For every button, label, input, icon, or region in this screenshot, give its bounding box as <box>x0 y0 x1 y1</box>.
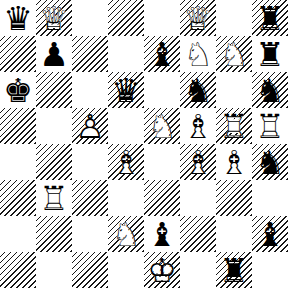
square-f1[interactable] <box>180 252 216 288</box>
square-a1[interactable] <box>0 252 36 288</box>
square-f7[interactable]: ♞♘ <box>180 36 216 72</box>
square-f6[interactable]: ♞ <box>180 72 216 108</box>
piece-fill-white-bishop: ♝ <box>108 144 144 180</box>
square-g2[interactable] <box>216 216 252 252</box>
square-d5[interactable] <box>108 108 144 144</box>
square-b8[interactable]: ♛♕ <box>36 0 72 36</box>
square-e8[interactable] <box>144 0 180 36</box>
square-a8[interactable]: ♛ <box>0 0 36 36</box>
square-d2[interactable]: ♞♘ <box>108 216 144 252</box>
square-h2[interactable]: ♝ <box>252 216 288 252</box>
square-b4[interactable] <box>36 144 72 180</box>
piece-fill-white-knight: ♞ <box>144 108 180 144</box>
piece-black-knight: ♞ <box>180 72 216 108</box>
square-b2[interactable] <box>36 216 72 252</box>
square-b5[interactable] <box>36 108 72 144</box>
square-d1[interactable] <box>108 252 144 288</box>
piece-fill-white-bishop: ♝ <box>180 144 216 180</box>
square-e7[interactable]: ♝ <box>144 36 180 72</box>
square-c8[interactable] <box>72 0 108 36</box>
piece-fill-white-knight: ♞ <box>180 36 216 72</box>
piece-white-king: ♔ <box>144 252 180 288</box>
square-e2[interactable]: ♝ <box>144 216 180 252</box>
piece-fill-white-knight: ♞ <box>216 36 252 72</box>
square-a7[interactable] <box>0 36 36 72</box>
piece-white-rook: ♖ <box>36 180 72 216</box>
piece-fill-white-queen: ♛ <box>180 0 216 36</box>
square-f8[interactable]: ♛♕ <box>180 0 216 36</box>
square-c4[interactable] <box>72 144 108 180</box>
piece-black-knight: ♞ <box>252 72 288 108</box>
square-b1[interactable] <box>36 252 72 288</box>
piece-white-rook: ♖ <box>216 108 252 144</box>
square-c2[interactable] <box>72 216 108 252</box>
square-c5[interactable]: ♟♙ <box>72 108 108 144</box>
piece-white-bishop: ♗ <box>216 144 252 180</box>
piece-white-queen: ♕ <box>180 0 216 36</box>
piece-white-knight: ♘ <box>144 108 180 144</box>
piece-black-pawn: ♟ <box>36 36 72 72</box>
square-d8[interactable] <box>108 0 144 36</box>
square-g6[interactable] <box>216 72 252 108</box>
square-d4[interactable]: ♝♗ <box>108 144 144 180</box>
chess-board: ♛♛♕♛♕♜♟♝♞♘♞♘♜♚♛♞♞♟♙♞♘♝♗♜♖♜♖♝♗♝♗♝♗♞♜♖♞♘♝♝… <box>0 0 288 288</box>
piece-fill-white-queen: ♛ <box>36 0 72 36</box>
square-g8[interactable] <box>216 0 252 36</box>
square-f3[interactable] <box>180 180 216 216</box>
piece-white-queen: ♕ <box>36 0 72 36</box>
piece-white-pawn: ♙ <box>72 108 108 144</box>
square-h3[interactable] <box>252 180 288 216</box>
piece-white-rook: ♖ <box>252 108 288 144</box>
piece-black-rook: ♜ <box>252 36 288 72</box>
square-e6[interactable] <box>144 72 180 108</box>
piece-fill-white-rook: ♜ <box>36 180 72 216</box>
square-h5[interactable]: ♜♖ <box>252 108 288 144</box>
piece-fill-white-rook: ♜ <box>252 108 288 144</box>
piece-black-queen: ♛ <box>0 0 36 36</box>
square-d7[interactable] <box>108 36 144 72</box>
square-h8[interactable]: ♜ <box>252 0 288 36</box>
square-b3[interactable]: ♜♖ <box>36 180 72 216</box>
square-e4[interactable] <box>144 144 180 180</box>
square-f2[interactable] <box>180 216 216 252</box>
square-g3[interactable] <box>216 180 252 216</box>
piece-black-rook: ♜ <box>252 0 288 36</box>
square-c3[interactable] <box>72 180 108 216</box>
piece-fill-white-king: ♚ <box>144 252 180 288</box>
piece-white-knight: ♘ <box>108 216 144 252</box>
square-f4[interactable]: ♝♗ <box>180 144 216 180</box>
square-b6[interactable] <box>36 72 72 108</box>
square-g1[interactable]: ♜ <box>216 252 252 288</box>
piece-black-bishop: ♝ <box>144 216 180 252</box>
square-a2[interactable] <box>0 216 36 252</box>
piece-white-bishop: ♗ <box>108 144 144 180</box>
square-e1[interactable]: ♚♔ <box>144 252 180 288</box>
piece-black-knight: ♞ <box>252 144 288 180</box>
square-b7[interactable]: ♟ <box>36 36 72 72</box>
piece-white-knight: ♘ <box>180 36 216 72</box>
square-f5[interactable]: ♝♗ <box>180 108 216 144</box>
square-c6[interactable] <box>72 72 108 108</box>
square-h6[interactable]: ♞ <box>252 72 288 108</box>
piece-black-queen: ♛ <box>108 72 144 108</box>
piece-white-bishop: ♗ <box>180 144 216 180</box>
piece-black-bishop: ♝ <box>252 216 288 252</box>
piece-black-rook: ♜ <box>216 252 252 288</box>
square-c1[interactable] <box>72 252 108 288</box>
square-e5[interactable]: ♞♘ <box>144 108 180 144</box>
piece-black-king: ♚ <box>0 72 36 108</box>
square-a4[interactable] <box>0 144 36 180</box>
square-c7[interactable] <box>72 36 108 72</box>
square-h7[interactable]: ♜ <box>252 36 288 72</box>
piece-fill-white-bishop: ♝ <box>216 144 252 180</box>
square-a5[interactable] <box>0 108 36 144</box>
piece-white-knight: ♘ <box>216 36 252 72</box>
piece-fill-white-bishop: ♝ <box>180 108 216 144</box>
square-a6[interactable]: ♚ <box>0 72 36 108</box>
square-g5[interactable]: ♜♖ <box>216 108 252 144</box>
square-a3[interactable] <box>0 180 36 216</box>
square-d6[interactable]: ♛ <box>108 72 144 108</box>
piece-fill-white-rook: ♜ <box>216 108 252 144</box>
piece-black-bishop: ♝ <box>144 36 180 72</box>
square-h4[interactable]: ♞ <box>252 144 288 180</box>
square-h1[interactable] <box>252 252 288 288</box>
piece-fill-white-knight: ♞ <box>108 216 144 252</box>
square-d3[interactable] <box>108 180 144 216</box>
square-g4[interactable]: ♝♗ <box>216 144 252 180</box>
piece-white-bishop: ♗ <box>180 108 216 144</box>
square-e3[interactable] <box>144 180 180 216</box>
piece-fill-white-pawn: ♟ <box>72 108 108 144</box>
square-g7[interactable]: ♞♘ <box>216 36 252 72</box>
